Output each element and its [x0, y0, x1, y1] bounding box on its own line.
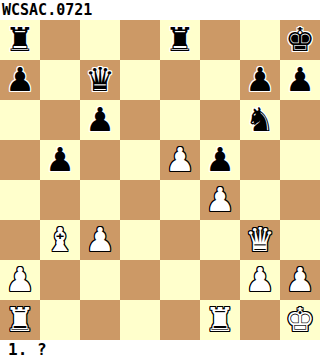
white-bishop-piece: ♝	[45, 220, 75, 260]
move-prompt: 1. ?	[0, 340, 320, 360]
square-b4[interactable]	[40, 180, 80, 220]
square-c4[interactable]	[80, 180, 120, 220]
square-f7[interactable]	[200, 60, 240, 100]
square-d3[interactable]	[120, 220, 160, 260]
square-g6[interactable]: ♞	[240, 100, 280, 140]
square-d4[interactable]	[120, 180, 160, 220]
square-c6[interactable]: ♟	[80, 100, 120, 140]
square-f5[interactable]: ♟	[200, 140, 240, 180]
square-h4[interactable]	[280, 180, 320, 220]
black-knight-piece: ♞	[245, 100, 275, 140]
square-e7[interactable]	[160, 60, 200, 100]
square-g3[interactable]: ♛	[240, 220, 280, 260]
square-h1[interactable]: ♚	[280, 300, 320, 340]
black-pawn-piece: ♟	[205, 140, 235, 180]
square-b5[interactable]: ♟	[40, 140, 80, 180]
square-a1[interactable]: ♜	[0, 300, 40, 340]
square-d1[interactable]	[120, 300, 160, 340]
white-queen-piece: ♛	[245, 220, 275, 260]
square-f3[interactable]	[200, 220, 240, 260]
square-h3[interactable]	[280, 220, 320, 260]
square-d2[interactable]	[120, 260, 160, 300]
white-pawn-piece: ♟	[85, 220, 115, 260]
square-g5[interactable]	[240, 140, 280, 180]
square-f2[interactable]	[200, 260, 240, 300]
white-rook-piece: ♜	[5, 300, 35, 340]
square-a5[interactable]	[0, 140, 40, 180]
black-rook-piece: ♜	[165, 20, 195, 60]
square-c8[interactable]	[80, 20, 120, 60]
square-b3[interactable]: ♝	[40, 220, 80, 260]
square-g1[interactable]	[240, 300, 280, 340]
square-b2[interactable]	[40, 260, 80, 300]
square-f6[interactable]	[200, 100, 240, 140]
square-d8[interactable]	[120, 20, 160, 60]
square-e2[interactable]	[160, 260, 200, 300]
square-a4[interactable]	[0, 180, 40, 220]
square-f1[interactable]: ♜	[200, 300, 240, 340]
square-b6[interactable]	[40, 100, 80, 140]
square-a8[interactable]: ♜	[0, 20, 40, 60]
black-king-piece: ♚	[285, 20, 315, 60]
black-queen-piece: ♛	[85, 60, 115, 100]
square-b1[interactable]	[40, 300, 80, 340]
white-pawn-piece: ♟	[245, 260, 275, 300]
square-a6[interactable]	[0, 100, 40, 140]
black-rook-piece: ♜	[5, 20, 35, 60]
square-c1[interactable]	[80, 300, 120, 340]
square-h5[interactable]	[280, 140, 320, 180]
square-h6[interactable]	[280, 100, 320, 140]
white-rook-piece: ♜	[205, 300, 235, 340]
white-pawn-piece: ♟	[205, 180, 235, 220]
square-f4[interactable]: ♟	[200, 180, 240, 220]
square-e1[interactable]	[160, 300, 200, 340]
square-c3[interactable]: ♟	[80, 220, 120, 260]
black-pawn-piece: ♟	[45, 140, 75, 180]
black-pawn-piece: ♟	[285, 60, 315, 100]
black-pawn-piece: ♟	[85, 100, 115, 140]
square-e3[interactable]	[160, 220, 200, 260]
square-g2[interactable]: ♟	[240, 260, 280, 300]
white-pawn-piece: ♟	[5, 260, 35, 300]
square-e8[interactable]: ♜	[160, 20, 200, 60]
square-b8[interactable]	[40, 20, 80, 60]
square-d6[interactable]	[120, 100, 160, 140]
square-a2[interactable]: ♟	[0, 260, 40, 300]
white-pawn-piece: ♟	[165, 140, 195, 180]
white-pawn-piece: ♟	[285, 260, 315, 300]
square-e6[interactable]	[160, 100, 200, 140]
square-b7[interactable]	[40, 60, 80, 100]
square-h7[interactable]: ♟	[280, 60, 320, 100]
square-d7[interactable]	[120, 60, 160, 100]
square-h2[interactable]: ♟	[280, 260, 320, 300]
white-king-piece: ♚	[285, 300, 315, 340]
square-g4[interactable]	[240, 180, 280, 220]
black-pawn-piece: ♟	[245, 60, 275, 100]
square-c7[interactable]: ♛	[80, 60, 120, 100]
square-a3[interactable]	[0, 220, 40, 260]
square-c2[interactable]	[80, 260, 120, 300]
black-pawn-piece: ♟	[5, 60, 35, 100]
chess-board: ♜♜♚♟♛♟♟♟♞♟♟♟♟♝♟♛♟♟♟♜♜♚	[0, 20, 320, 340]
square-g7[interactable]: ♟	[240, 60, 280, 100]
square-e5[interactable]: ♟	[160, 140, 200, 180]
square-e4[interactable]	[160, 180, 200, 220]
window-title: WCSAC.0721	[0, 0, 320, 20]
square-h8[interactable]: ♚	[280, 20, 320, 60]
square-f8[interactable]	[200, 20, 240, 60]
square-c5[interactable]	[80, 140, 120, 180]
square-g8[interactable]	[240, 20, 280, 60]
square-a7[interactable]: ♟	[0, 60, 40, 100]
square-d5[interactable]	[120, 140, 160, 180]
